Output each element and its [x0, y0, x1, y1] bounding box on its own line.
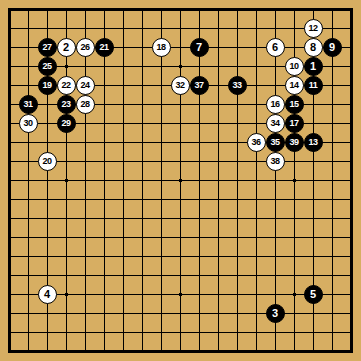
stone-white-18-J17: 18 [152, 38, 171, 57]
move-number: 2 [63, 41, 69, 52]
stone-black-13-R12: 13 [304, 133, 323, 152]
stone-black-5-R4: 5 [304, 285, 323, 304]
stone-white-20-C11: 20 [38, 152, 57, 171]
move-number: 21 [99, 42, 108, 51]
stone-white-14-Q15: 14 [285, 76, 304, 95]
stone-white-22-D15: 22 [57, 76, 76, 95]
move-number: 23 [61, 99, 70, 108]
move-number: 35 [270, 137, 279, 146]
stone-white-8-R17: 8 [304, 38, 323, 57]
move-number: 6 [272, 41, 278, 52]
stone-black-7-L17: 7 [190, 38, 209, 57]
stone-white-24-E15: 24 [76, 76, 95, 95]
move-number: 38 [270, 156, 279, 165]
stone-white-36-O12: 36 [247, 133, 266, 152]
move-number: 15 [289, 99, 298, 108]
go-board[interactable]: 1234567891011121314151617181920212223242… [0, 0, 361, 361]
move-number: 28 [80, 99, 89, 108]
stone-white-38-P11: 38 [266, 152, 285, 171]
move-number: 22 [61, 80, 70, 89]
stone-white-4-C4: 4 [38, 285, 57, 304]
stone-black-3-P3: 3 [266, 304, 285, 323]
move-number: 19 [42, 80, 51, 89]
stone-black-9-S17: 9 [323, 38, 342, 57]
stone-black-1-R16: 1 [304, 57, 323, 76]
move-number: 9 [329, 41, 335, 52]
move-number: 31 [23, 99, 32, 108]
move-number: 3 [272, 307, 278, 318]
stone-black-25-C16: 25 [38, 57, 57, 76]
stone-white-16-P14: 16 [266, 95, 285, 114]
move-number: 27 [42, 42, 51, 51]
move-number: 12 [308, 23, 317, 32]
move-number: 11 [309, 80, 318, 89]
move-number: 24 [80, 80, 89, 89]
move-number: 20 [42, 156, 51, 165]
stone-white-10-Q16: 10 [285, 57, 304, 76]
stone-black-35-P12: 35 [266, 133, 285, 152]
move-number: 37 [194, 80, 203, 89]
move-number: 5 [310, 288, 316, 299]
stone-black-19-C15: 19 [38, 76, 57, 95]
stone-black-27-C17: 27 [38, 38, 57, 57]
move-number: 8 [310, 41, 316, 52]
move-number: 25 [42, 61, 51, 70]
move-number: 7 [196, 41, 202, 52]
move-number: 33 [232, 80, 241, 89]
move-number: 29 [61, 118, 70, 127]
move-number: 26 [80, 42, 89, 51]
stone-white-28-E14: 28 [76, 95, 95, 114]
move-number: 18 [156, 42, 165, 51]
stone-black-39-Q12: 39 [285, 133, 304, 152]
stone-black-21-F17: 21 [95, 38, 114, 57]
stone-white-6-P17: 6 [266, 38, 285, 57]
stone-white-30-B13: 30 [19, 114, 38, 133]
stone-black-37-L15: 37 [190, 76, 209, 95]
move-number: 14 [289, 80, 298, 89]
stone-white-26-E17: 26 [76, 38, 95, 57]
stone-black-29-D13: 29 [57, 114, 76, 133]
move-number: 13 [308, 137, 317, 146]
stones-layer: 1234567891011121314151617181920212223242… [0, 0, 361, 361]
stone-black-17-Q13: 17 [285, 114, 304, 133]
move-number: 10 [289, 61, 298, 70]
stone-black-23-D14: 23 [57, 95, 76, 114]
stone-black-15-Q14: 15 [285, 95, 304, 114]
move-number: 4 [44, 288, 50, 299]
stone-white-32-K15: 32 [171, 76, 190, 95]
move-number: 39 [289, 137, 298, 146]
move-number: 32 [175, 80, 184, 89]
stone-white-2-D17: 2 [57, 38, 76, 57]
stone-black-33-N15: 33 [228, 76, 247, 95]
move-number: 36 [251, 137, 260, 146]
stone-white-12-R18: 12 [304, 19, 323, 38]
stone-black-11-R15: 11 [304, 76, 323, 95]
move-number: 34 [270, 118, 279, 127]
move-number: 30 [23, 118, 32, 127]
move-number: 16 [270, 99, 279, 108]
stone-white-34-P13: 34 [266, 114, 285, 133]
stone-black-31-B14: 31 [19, 95, 38, 114]
move-number: 17 [289, 118, 298, 127]
move-number: 1 [310, 60, 316, 71]
